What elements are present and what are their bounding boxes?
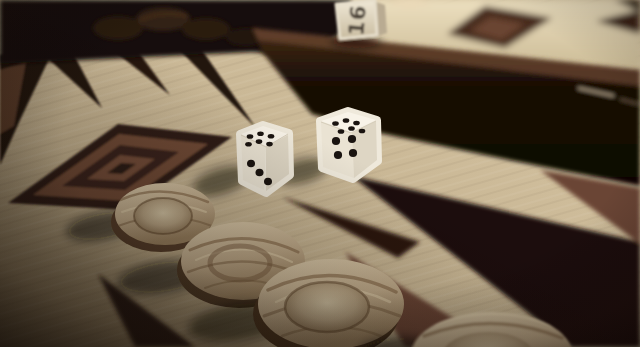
backgammon-board-photo: 16	[0, 0, 640, 347]
corner-shadow	[0, 0, 640, 347]
backgammon-scene: 16	[0, 0, 640, 347]
